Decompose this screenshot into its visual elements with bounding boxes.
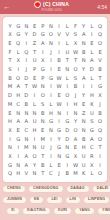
grid-cell-r10c8[interactable]: I (63, 100, 71, 109)
grid-cell-r12c4[interactable]: U (30, 117, 38, 126)
grid-cell-r12c7[interactable]: I (55, 117, 63, 126)
grid-cell-r5c1[interactable]: T (6, 56, 14, 65)
grid-cell-r18c9[interactable]: M (71, 169, 79, 178)
word-row-3: XIXIAOTINGXURIYANGYIMING (0, 206, 110, 216)
grid-cell-r7c11[interactable]: L (88, 73, 96, 82)
grid-cell-r8c6[interactable]: I (47, 82, 55, 91)
word-chip-xi: XI (6, 207, 20, 216)
grid-cell-r13c8[interactable]: D (63, 126, 71, 135)
grid-cell-r3c7[interactable]: I (55, 39, 63, 48)
grid-cell-r8c4[interactable]: W (30, 82, 38, 91)
grid-cell-r3c1[interactable]: E (6, 39, 14, 48)
grid-cell-r5c3[interactable]: I (22, 56, 30, 65)
grid-cell-r15c8[interactable]: N (63, 143, 71, 152)
grid-cell-r11c3[interactable]: N (22, 108, 30, 117)
grid-cell-r10c3[interactable]: B (22, 100, 30, 109)
grid-cell-r14c8[interactable]: D (63, 134, 71, 143)
grid-cell-r13c9[interactable]: O (71, 126, 79, 135)
grid-cell-r3c3[interactable]: I (22, 39, 30, 48)
grid-cell-r11c8[interactable]: I (63, 108, 71, 117)
grid-cell-r18c12[interactable]: O (96, 169, 104, 178)
grid-cell-r5c4[interactable]: U (30, 56, 38, 65)
grid-cell-r7c5[interactable]: P (39, 73, 47, 82)
grid-cell-r11c2[interactable]: N (14, 108, 22, 117)
grid-cell-r13c2[interactable]: E (14, 126, 22, 135)
grid-cell-r5c6[interactable]: I (47, 56, 55, 65)
grid-cell-r14c3[interactable]: N (22, 134, 30, 143)
grid-cell-r4c3[interactable]: Q (22, 47, 30, 56)
grid-cell-r3c12[interactable]: O (96, 39, 104, 48)
grid-cell-r15c12[interactable]: T (96, 143, 104, 152)
grid-cell-r14c7[interactable]: Y (55, 134, 63, 143)
grid-cell-r18c2[interactable]: H (14, 169, 22, 178)
grid-cell-r5c8[interactable]: T (63, 56, 71, 65)
grid-cell-r10c2[interactable]: C (14, 100, 22, 109)
grid-cell-r10c4[interactable]: L (30, 100, 38, 109)
grid-cell-r2c1[interactable]: X (6, 30, 14, 39)
grid-cell-r6c8[interactable]: N (63, 65, 71, 74)
grid-cell-r15c6[interactable]: J (47, 143, 55, 152)
grid-cell-r10c7[interactable]: W (55, 100, 63, 109)
grid-cell-r7c9[interactable]: S (71, 73, 79, 82)
grid-cell-r3c9[interactable]: X (71, 39, 79, 48)
grid-cell-r5c5[interactable]: X (39, 56, 47, 65)
timer: 4:54 (89, 4, 110, 10)
grid-cell-r18c1[interactable]: Q (6, 169, 14, 178)
grid-cell-r6c4[interactable]: P (30, 65, 38, 74)
word-chip-yiming: YIMING (97, 207, 110, 216)
grid-cell-r4c11[interactable]: L (88, 47, 96, 56)
grid-cell-r10c10[interactable]: E (80, 100, 88, 109)
grid-cell-r13c5[interactable]: E (39, 126, 47, 135)
grid-cell-r6c2[interactable]: I (14, 65, 22, 74)
grid-cell-r7c1[interactable]: B (6, 73, 14, 82)
grid-cell-r16c8[interactable]: G (63, 152, 71, 161)
word-chip-cheng: CHENG (2, 185, 26, 194)
grid-cell-r18c3[interactable]: V (22, 169, 30, 178)
grid-cell-r5c12[interactable]: V (96, 56, 104, 65)
grid-cell-r1c12[interactable]: Q (96, 21, 104, 30)
grid-cell-r13c10[interactable]: N (80, 126, 88, 135)
grid-cell-r13c7[interactable]: G (55, 126, 63, 135)
board-card: YGNEPNILFYLQXGYDGOVVSAIQEQIZANILXNEOFLQT… (3, 17, 107, 182)
grid-cell-r15c11[interactable]: C (88, 143, 96, 152)
grid-cell-r17c8[interactable]: I (63, 160, 71, 169)
word-chip-dalei: DALEI (92, 185, 110, 194)
grid-cell-r15c5[interactable]: U (39, 143, 47, 152)
grid-cell-r9c12[interactable]: X (96, 91, 104, 100)
grid-cell-r14c11[interactable]: A (88, 134, 96, 143)
grid-cell-r8c10[interactable]: I (80, 82, 88, 91)
grid-cell-r4c8[interactable]: U (63, 47, 71, 56)
grid-cell-r10c12[interactable]: J (96, 100, 104, 109)
grid-cell-r18c10[interactable]: K (80, 169, 88, 178)
grid-cell-r9c2[interactable]: H (14, 91, 22, 100)
grid-cell-r12c3[interactable]: A (22, 117, 30, 126)
grid-cell-r10c5[interactable]: S (39, 100, 47, 109)
grid-cell-r8c11[interactable]: I (88, 82, 96, 91)
grid-cell-r2c5[interactable]: G (39, 30, 47, 39)
grid-cell-r17c12[interactable]: I (96, 160, 104, 169)
grid-cell-r8c7[interactable]: W (55, 82, 63, 91)
grid-cell-r2c11[interactable]: I (88, 30, 96, 39)
grid-cell-r12c8[interactable]: G (63, 117, 71, 126)
grid-cell-r4c1[interactable]: F (6, 47, 14, 56)
grid-cell-r15c1[interactable]: N (6, 143, 14, 152)
grid-cell-r4c2[interactable]: L (14, 47, 22, 56)
grid-cell-r4c10[interactable]: B (80, 47, 88, 56)
grid-cell-r13c3[interactable]: C (22, 126, 30, 135)
word-list: CHENGCHENGDONGDABAODALEIJUNLING JUNMINKE… (0, 184, 110, 220)
grid-cell-r12c2[interactable]: A (14, 117, 22, 126)
grid-cell-r8c1[interactable]: M (6, 82, 14, 91)
grid-cell-r6c12[interactable]: B (96, 65, 104, 74)
grid-cell-r3c5[interactable]: A (39, 39, 47, 48)
grid-cell-r16c12[interactable]: I (96, 152, 104, 161)
grid-cell-r11c9[interactable]: N (71, 108, 79, 117)
grid-cell-r18c11[interactable]: L (88, 169, 96, 178)
grid-cell-r6c5[interactable]: G (39, 65, 47, 74)
grid-cell-r1c4[interactable]: E (30, 21, 38, 30)
word-chip-linpeng: LINPENG (83, 196, 110, 205)
grid-cell-r13c4[interactable]: H (30, 126, 38, 135)
grid-cell-r12c5[interactable]: N (39, 117, 47, 126)
grid-cell-r16c10[interactable]: U (80, 152, 88, 161)
word-chip-chengdong: CHENGDONG (28, 185, 64, 194)
grid-cell-r5c11[interactable]: A (88, 56, 96, 65)
top-bar: ← (C) CHINA FOUND 0/16 4:54 (0, 0, 110, 14)
grid-cell-r16c7[interactable]: N (55, 152, 63, 161)
grid-cell-r3c2[interactable]: Q (14, 39, 22, 48)
grid-cell-r5c2[interactable]: X (14, 56, 22, 65)
grid-cell-r10c11[interactable]: K (88, 100, 96, 109)
grid-cell-r3c6[interactable]: N (47, 39, 55, 48)
grid-cell-r16c2[interactable]: I (14, 152, 22, 161)
word-chip-ke: KE (29, 196, 44, 205)
grid-cell-r8c9[interactable]: B (71, 82, 79, 91)
found-counter: FOUND 0/16 (41, 9, 61, 13)
letter-grid: YGNEPNILFYLQXGYDGOVVSAIQEQIZANILXNEOFLQT… (6, 21, 104, 177)
grid-cell-r14c12[interactable]: O (96, 134, 104, 143)
grid-cell-r13c12[interactable]: Q (96, 126, 104, 135)
word-chip-lei: LEI (46, 196, 62, 205)
grid-cell-r2c8[interactable]: V (63, 30, 71, 39)
grid-cell-r9c7[interactable]: E (55, 91, 63, 100)
grid-cell-r18c8[interactable]: B (63, 169, 71, 178)
grid-cell-r2c6[interactable]: O (47, 30, 55, 39)
grid-cell-r9c10[interactable]: Y (80, 91, 88, 100)
grid-cell-r9c11[interactable]: H (88, 91, 96, 100)
grid-cell-r15c9[interactable]: E (71, 143, 79, 152)
grid-cell-r18c7[interactable]: J (55, 169, 63, 178)
grid-cell-r3c4[interactable]: Z (30, 39, 38, 48)
grid-cell-r6c3[interactable]: J (22, 65, 30, 74)
grid-cell-r15c2[interactable]: I (14, 143, 22, 152)
grid-cell-r9c8[interactable]: O (63, 91, 71, 100)
grid-cell-r3c11[interactable]: E (88, 39, 96, 48)
grid-cell-r8c2[interactable]: A (14, 82, 22, 91)
grid-cell-r10c9[interactable]: H (71, 100, 79, 109)
grid-cell-r16c5[interactable]: T (39, 152, 47, 161)
grid-cell-r17c1[interactable]: G (6, 160, 14, 169)
grid-cell-r17c7[interactable]: E (55, 160, 63, 169)
grid-cell-r14c1[interactable]: I (6, 134, 14, 143)
grid-cell-r9c3[interactable]: D (22, 91, 30, 100)
grid-cell-r4c6[interactable]: J (47, 47, 55, 56)
grid-cell-r1c3[interactable]: N (22, 21, 30, 30)
grid-cell-r8c8[interactable]: I (63, 82, 71, 91)
grid-cell-r11c7[interactable]: N (55, 108, 63, 117)
grid-cell-r12c10[interactable]: N (80, 117, 88, 126)
grid-cell-r11c11[interactable]: U (88, 108, 96, 117)
grid-cell-r2c2[interactable]: G (14, 30, 22, 39)
grid-cell-r7c8[interactable]: L (63, 73, 71, 82)
grid-cell-r6c9[interactable]: O (71, 65, 79, 74)
grid-cell-r17c2[interactable]: N (14, 160, 22, 169)
grid-cell-r9c9[interactable]: J (71, 91, 79, 100)
china-flag-icon (34, 1, 41, 8)
grid-cell-r12c1[interactable]: H (6, 117, 14, 126)
grid-cell-r4c5[interactable]: I (39, 47, 47, 56)
grid-cell-r11c6[interactable]: H (47, 108, 55, 117)
word-chip-yang: YANG (74, 207, 95, 216)
grid-cell-r8c3[interactable]: T (22, 82, 30, 91)
grid-cell-r4c9[interactable]: W (71, 47, 79, 56)
grid-cell-r4c7[interactable]: I (55, 47, 63, 56)
word-chip-xuri: XURI (53, 207, 72, 216)
grid-cell-r5c10[interactable]: N (80, 56, 88, 65)
grid-cell-r13c6[interactable]: N (47, 126, 55, 135)
grid-cell-r16c1[interactable]: X (6, 152, 14, 161)
grid-cell-r3c10[interactable]: N (80, 39, 88, 48)
grid-cell-r8c12[interactable]: G (96, 82, 104, 91)
grid-cell-r12c9[interactable]: Y (71, 117, 79, 126)
grid-cell-r12c11[interactable]: S (88, 117, 96, 126)
grid-cell-r2c12[interactable]: Q (96, 30, 104, 39)
grid-cell-r17c3[interactable]: A (22, 160, 30, 169)
grid-cell-r17c10[interactable]: U (80, 160, 88, 169)
grid-cell-r1c2[interactable]: G (14, 21, 22, 30)
grid-cell-r7c6[interactable]: G (47, 73, 55, 82)
page-title: (C) CHINA (43, 2, 69, 7)
grid-cell-r11c1[interactable]: E (6, 108, 14, 117)
grid-cell-r18c4[interactable]: N (30, 169, 38, 178)
grid-cell-r7c12[interactable]: T (96, 73, 104, 82)
grid-cell-r7c4[interactable]: E (30, 73, 38, 82)
word-chip-dabao: DABAO (66, 185, 90, 194)
grid-cell-r17c11[interactable]: X (88, 160, 96, 169)
grid-cell-r17c4[interactable]: Y (30, 160, 38, 169)
grid-cell-r16c3[interactable]: A (22, 152, 30, 161)
grid-cell-r6c6[interactable]: I (47, 65, 55, 74)
grid-cell-r14c4[interactable]: I (30, 134, 38, 143)
grid-cell-r13c1[interactable]: X (6, 126, 14, 135)
grid-cell-r11c4[interactable]: N (30, 108, 38, 117)
grid-cell-r12c6[interactable]: G (47, 117, 55, 126)
grid-cell-r15c4[interactable]: N (30, 143, 38, 152)
grid-cell-r11c5[interactable]: B (39, 108, 47, 117)
grid-cell-r1c11[interactable]: L (88, 21, 96, 30)
grid-cell-r2c3[interactable]: Y (22, 30, 30, 39)
grid-cell-r1c1[interactable]: Y (6, 21, 14, 30)
grid-cell-r6c7[interactable]: E (55, 65, 63, 74)
grid-cell-r15c7[interactable]: G (55, 143, 63, 152)
grid-cell-r2c4[interactable]: D (30, 30, 38, 39)
grid-cell-r14c5[interactable]: M (39, 134, 47, 143)
back-button[interactable]: ← (0, 0, 14, 14)
grid-cell-r16c9[interactable]: X (71, 152, 79, 161)
grid-cell-r2c7[interactable]: V (55, 30, 63, 39)
grid-cell-r14c6[interactable]: I (47, 134, 55, 143)
grid-cell-r12c12[interactable]: O (96, 117, 104, 126)
grid-cell-r2c9[interactable]: S (71, 30, 79, 39)
grid-cell-r5c7[interactable]: B (55, 56, 63, 65)
grid-cell-r11c10[interactable]: Z (80, 108, 88, 117)
grid-cell-r3c8[interactable]: L (63, 39, 71, 48)
grid-cell-r10c1[interactable]: M (6, 100, 14, 109)
grid-cell-r17c6[interactable]: L (47, 160, 55, 169)
grid-cell-r1c5[interactable]: P (39, 21, 47, 30)
grid-cell-r1c8[interactable]: L (63, 21, 71, 30)
grid-cell-r9c1[interactable]: D (6, 91, 14, 100)
grid-cell-r15c3[interactable]: M (22, 143, 30, 152)
grid-cell-r4c12[interactable]: E (96, 47, 104, 56)
grid-cell-r16c11[interactable]: R (88, 152, 96, 161)
grid-cell-r7c2[interactable]: O (14, 73, 22, 82)
grid-cell-r6c11[interactable]: D (88, 65, 96, 74)
grid-cell-r1c6[interactable]: N (47, 21, 55, 30)
grid-cell-r17c5[interactable]: B (39, 160, 47, 169)
word-chip-xiaoting: XIAOTING (22, 207, 51, 216)
grid-cell-r1c9[interactable]: F (71, 21, 79, 30)
grid-cell-r1c7[interactable]: I (55, 21, 63, 30)
grid-cell-r4c4[interactable]: T (30, 47, 38, 56)
grid-cell-r7c7[interactable]: W (55, 73, 63, 82)
grid-cell-r9c4[interactable]: I (30, 91, 38, 100)
word-chip-junmin: JUNMIN (2, 196, 27, 205)
grid-cell-r15c10[interactable]: H (80, 143, 88, 152)
grid-cell-r7c10[interactable]: A (80, 73, 88, 82)
grid-cell-r1c10[interactable]: Y (80, 21, 88, 30)
word-row-2: JUNMINKELEILINLINPENGLU (0, 195, 110, 205)
grid-cell-r14c10[interactable]: B (80, 134, 88, 143)
grid-cell-r11c12[interactable]: B (96, 108, 104, 117)
word-row-1: CHENGCHENGDONGDABAODALEIJUNLING (0, 184, 110, 194)
grid-cell-r18c5[interactable]: T (39, 169, 47, 178)
grid-cell-r16c6[interactable]: I (47, 152, 55, 161)
word-chip-lin: LIN (65, 196, 81, 205)
grid-cell-r7c3[interactable]: D (22, 73, 30, 82)
grid-cell-r18c6[interactable]: C (47, 169, 55, 178)
grid-cell-r9c6[interactable]: I (47, 91, 55, 100)
grid-cell-r6c1[interactable]: S (6, 65, 14, 74)
grid-cell-r9c5[interactable]: O (39, 91, 47, 100)
grid-cell-r5c9[interactable]: T (71, 56, 79, 65)
grid-cell-r6c10[interactable]: Y (80, 65, 88, 74)
title-block: (C) CHINA FOUND 0/16 (14, 1, 89, 13)
grid-cell-r10c6[interactable]: L (47, 100, 55, 109)
grid-cell-r14c2[interactable]: G (14, 134, 22, 143)
grid-cell-r14c9[interactable]: A (71, 134, 79, 143)
grid-cell-r8c5[interactable]: N (39, 82, 47, 91)
grid-cell-r17c9[interactable]: W (71, 160, 79, 169)
grid-cell-r16c4[interactable]: O (30, 152, 38, 161)
grid-cell-r2c10[interactable]: A (80, 30, 88, 39)
grid-cell-r13c11[interactable]: G (88, 126, 96, 135)
